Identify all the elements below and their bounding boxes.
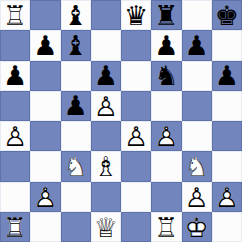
chess-board: ♜♖♝♛♜♚♟♝♟♟♟♟♞♟♟♟♙♟♙♟♙♟♙♞♘♝♗♞♘♟♙♟♙♟♙♜♖♛♕♜… (0, 0, 242, 242)
square-a5[interactable] (0, 91, 30, 121)
square-e4[interactable]: ♟♙ (121, 121, 151, 151)
square-h5[interactable] (212, 91, 242, 121)
white-pawn-icon: ♟♙ (91, 91, 121, 121)
square-a6[interactable]: ♟ (0, 61, 30, 91)
square-f2[interactable] (151, 182, 181, 212)
square-e5[interactable] (121, 91, 151, 121)
black-pawn-icon: ♟ (61, 91, 91, 121)
square-c2[interactable] (61, 182, 91, 212)
white-knight-icon: ♞♘ (182, 151, 212, 181)
square-d2[interactable] (91, 182, 121, 212)
black-knight-icon: ♞ (151, 61, 181, 91)
square-b5[interactable] (30, 91, 60, 121)
square-b2[interactable]: ♟♙ (30, 182, 60, 212)
white-queen-icon: ♛♕ (91, 212, 121, 242)
square-g4[interactable] (182, 121, 212, 151)
square-d4[interactable] (91, 121, 121, 151)
square-f6[interactable]: ♞ (151, 61, 181, 91)
square-d3[interactable]: ♝♗ (91, 151, 121, 181)
white-knight-icon: ♞♘ (61, 151, 91, 181)
black-pawn-icon: ♟ (30, 30, 60, 60)
square-e1[interactable] (121, 212, 151, 242)
square-e2[interactable] (121, 182, 151, 212)
black-pawn-icon: ♟ (212, 61, 242, 91)
square-a1[interactable]: ♜♖ (0, 212, 30, 242)
square-g8[interactable] (182, 0, 212, 30)
square-d6[interactable]: ♟ (91, 61, 121, 91)
square-f4[interactable]: ♟♙ (151, 121, 181, 151)
square-b7[interactable]: ♟ (30, 30, 60, 60)
square-f3[interactable] (151, 151, 181, 181)
square-h3[interactable] (212, 151, 242, 181)
square-g6[interactable] (182, 61, 212, 91)
white-rook-icon: ♜♖ (151, 212, 181, 242)
white-pawn-icon: ♟♙ (182, 182, 212, 212)
square-e7[interactable] (121, 30, 151, 60)
white-bishop-icon: ♝♗ (91, 151, 121, 181)
square-a2[interactable] (0, 182, 30, 212)
square-h8[interactable]: ♚ (212, 0, 242, 30)
white-pawn-icon: ♟♙ (151, 121, 181, 151)
square-h1[interactable] (212, 212, 242, 242)
square-d7[interactable] (91, 30, 121, 60)
white-pawn-icon: ♟♙ (121, 121, 151, 151)
square-f8[interactable]: ♜ (151, 0, 181, 30)
square-a8[interactable]: ♜♖ (0, 0, 30, 30)
black-bishop-icon: ♝ (61, 0, 91, 30)
black-rook-icon: ♜ (151, 0, 181, 30)
square-g5[interactable] (182, 91, 212, 121)
square-f5[interactable] (151, 91, 181, 121)
square-b4[interactable] (30, 121, 60, 151)
square-b8[interactable] (30, 0, 60, 30)
square-h2[interactable]: ♟♙ (212, 182, 242, 212)
square-a7[interactable] (0, 30, 30, 60)
square-b3[interactable] (30, 151, 60, 181)
square-c4[interactable] (61, 121, 91, 151)
square-e8[interactable]: ♛ (121, 0, 151, 30)
square-g7[interactable]: ♟ (182, 30, 212, 60)
square-c8[interactable]: ♝ (61, 0, 91, 30)
square-g3[interactable]: ♞♘ (182, 151, 212, 181)
square-f7[interactable]: ♟ (151, 30, 181, 60)
square-c1[interactable] (61, 212, 91, 242)
square-c7[interactable]: ♝ (61, 30, 91, 60)
square-d5[interactable]: ♟♙ (91, 91, 121, 121)
square-g2[interactable]: ♟♙ (182, 182, 212, 212)
square-h4[interactable] (212, 121, 242, 151)
square-c3[interactable]: ♞♘ (61, 151, 91, 181)
square-c6[interactable] (61, 61, 91, 91)
black-pawn-icon: ♟ (182, 30, 212, 60)
white-pawn-icon: ♟♙ (0, 121, 30, 151)
square-c5[interactable]: ♟ (61, 91, 91, 121)
white-pawn-icon: ♟♙ (212, 182, 242, 212)
square-b6[interactable] (30, 61, 60, 91)
black-pawn-icon: ♟ (151, 30, 181, 60)
square-a4[interactable]: ♟♙ (0, 121, 30, 151)
square-d1[interactable]: ♛♕ (91, 212, 121, 242)
square-h6[interactable]: ♟ (212, 61, 242, 91)
square-a3[interactable] (0, 151, 30, 181)
black-bishop-icon: ♝ (61, 30, 91, 60)
black-queen-icon: ♛ (121, 0, 151, 30)
white-king-icon: ♚♔ (182, 212, 212, 242)
white-rook-icon: ♜♖ (0, 212, 30, 242)
square-d8[interactable] (91, 0, 121, 30)
black-king-icon: ♚ (212, 0, 242, 30)
square-f1[interactable]: ♜♖ (151, 212, 181, 242)
square-h7[interactable] (212, 30, 242, 60)
white-rook-icon: ♜♖ (0, 0, 30, 30)
black-pawn-icon: ♟ (91, 61, 121, 91)
white-pawn-icon: ♟♙ (30, 182, 60, 212)
square-e6[interactable] (121, 61, 151, 91)
square-b1[interactable] (30, 212, 60, 242)
square-e3[interactable] (121, 151, 151, 181)
black-pawn-icon: ♟ (0, 61, 30, 91)
square-g1[interactable]: ♚♔ (182, 212, 212, 242)
